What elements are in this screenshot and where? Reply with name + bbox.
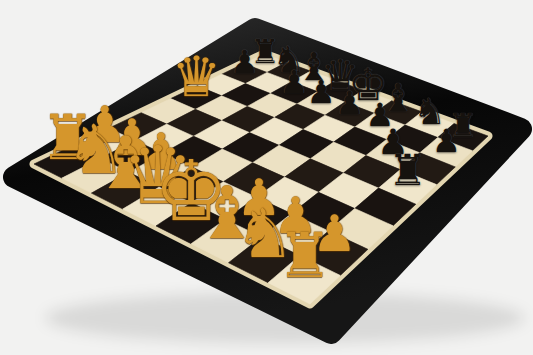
chess-board [0,0,533,355]
chess-set-product-photo: ♜♞♝♛♚♝♞♜♟♟♟♟♟♟♟♜♛♟♟♟♟♟♟♜♞♝♛♚♝♞♜ [0,0,533,355]
